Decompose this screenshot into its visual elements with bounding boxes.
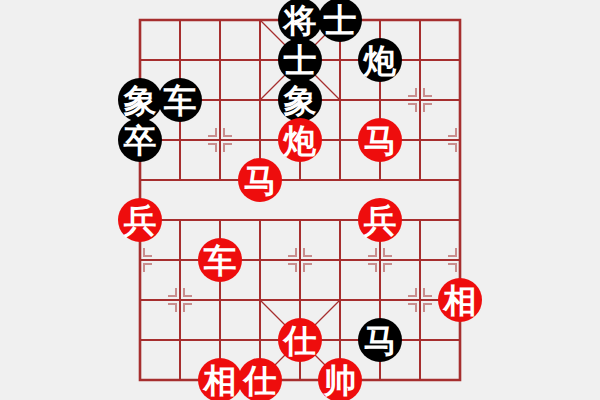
red-elephant[interactable]: 相 — [198, 358, 242, 400]
black-advisor[interactable]: 士 — [318, 0, 362, 42]
black-pawn[interactable]: 卒 — [118, 118, 162, 162]
red-elephant[interactable]: 相 — [438, 278, 482, 322]
black-advisor[interactable]: 士 — [278, 38, 322, 82]
red-cannon[interactable]: 炮 — [278, 118, 322, 162]
black-cannon[interactable]: 炮 — [358, 38, 402, 82]
red-advisor[interactable]: 仕 — [238, 358, 282, 400]
red-pawn[interactable]: 兵 — [358, 198, 402, 242]
red-chariot[interactable]: 车 — [198, 238, 242, 282]
pieces-layer: 将士士炮象车象卒炮马马兵兵车相仕马相仕帅 — [120, 0, 480, 400]
xiangqi-board: 将士士炮象车象卒炮马马兵兵车相仕马相仕帅 — [0, 0, 600, 400]
red-horse[interactable]: 马 — [238, 158, 282, 202]
red-horse[interactable]: 马 — [358, 118, 402, 162]
black-elephant[interactable]: 象 — [278, 78, 322, 122]
black-general[interactable]: 将 — [278, 0, 322, 42]
black-chariot[interactable]: 车 — [158, 78, 202, 122]
red-general[interactable]: 帅 — [318, 358, 362, 400]
red-advisor[interactable]: 仕 — [278, 318, 322, 362]
red-pawn[interactable]: 兵 — [118, 198, 162, 242]
black-horse[interactable]: 马 — [358, 318, 402, 362]
black-elephant[interactable]: 象 — [118, 78, 162, 122]
